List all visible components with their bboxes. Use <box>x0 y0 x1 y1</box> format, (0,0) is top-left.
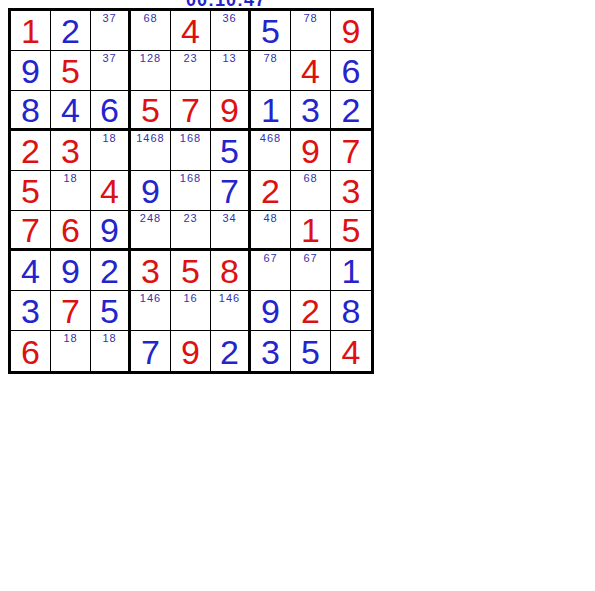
sudoku-cell[interactable]: 67 <box>251 251 291 291</box>
cell-value: 4 <box>181 14 200 48</box>
sudoku-cell[interactable]: 2 <box>211 331 251 371</box>
cell-value: 3 <box>141 254 160 288</box>
cell-candidates: 34 <box>211 213 248 224</box>
sudoku-cell[interactable]: 3 <box>291 91 331 131</box>
sudoku-cell[interactable]: 2 <box>291 291 331 331</box>
cell-candidates: 18 <box>91 133 128 144</box>
sudoku-cell[interactable]: 18 <box>91 331 131 371</box>
sudoku-cell[interactable]: 5 <box>171 251 211 291</box>
sudoku-cell[interactable]: 2 <box>11 131 51 171</box>
sudoku-cell[interactable]: 8 <box>211 251 251 291</box>
cell-value: 7 <box>181 93 200 127</box>
sudoku-cell[interactable]: 37 <box>91 11 131 51</box>
cell-value: 5 <box>220 134 239 168</box>
sudoku-cell[interactable]: 4 <box>91 171 131 211</box>
sudoku-cell[interactable]: 7 <box>211 171 251 211</box>
cell-candidates: 18 <box>51 173 90 184</box>
cell-value: 7 <box>141 335 160 369</box>
cell-value: 2 <box>61 14 80 48</box>
cell-candidates: 1468 <box>131 133 170 144</box>
sudoku-cell[interactable]: 23 <box>171 211 211 251</box>
sudoku-cell[interactable]: 3 <box>51 131 91 171</box>
cell-value: 9 <box>21 54 40 88</box>
cell-value: 7 <box>342 134 361 168</box>
sudoku-cell[interactable]: 1 <box>251 91 291 131</box>
cell-value: 7 <box>220 174 239 208</box>
sudoku-cell[interactable]: 9 <box>251 291 291 331</box>
cell-value: 6 <box>342 54 361 88</box>
cell-value: 4 <box>342 335 361 369</box>
sudoku-cell[interactable]: 4 <box>331 331 371 371</box>
cell-candidates: 68 <box>291 173 330 184</box>
sudoku-cell[interactable]: 4 <box>291 51 331 91</box>
cell-value: 4 <box>21 254 40 288</box>
sudoku-cell[interactable]: 8 <box>331 291 371 331</box>
sudoku-cell[interactable]: 4 <box>51 91 91 131</box>
sudoku-cell[interactable]: 146 <box>131 291 171 331</box>
cell-candidates: 18 <box>91 333 128 344</box>
cell-value: 2 <box>261 174 280 208</box>
sudoku-cell[interactable]: 13 <box>211 51 251 91</box>
sudoku-cell[interactable]: 1468 <box>131 131 171 171</box>
sudoku-cell[interactable]: 9 <box>51 251 91 291</box>
cell-value: 9 <box>181 335 200 369</box>
sudoku-cell[interactable]: 5 <box>211 131 251 171</box>
cell-value: 1 <box>21 14 40 48</box>
cell-value: 3 <box>342 174 361 208</box>
sudoku-cell[interactable]: 2 <box>331 91 371 131</box>
sudoku-cell[interactable]: 78 <box>291 11 331 51</box>
sudoku-cell[interactable]: 9 <box>331 11 371 51</box>
cell-value: 6 <box>100 93 119 127</box>
cell-candidates: 37 <box>91 13 128 24</box>
cell-value: 7 <box>21 213 40 247</box>
sudoku-cell[interactable]: 9 <box>131 171 171 211</box>
cell-candidates: 37 <box>91 53 128 64</box>
sudoku-cell[interactable]: 18 <box>51 171 91 211</box>
cell-candidates: 168 <box>171 173 210 184</box>
sudoku-cell[interactable]: 9 <box>171 331 211 371</box>
sudoku-cell[interactable]: 1 <box>291 211 331 251</box>
cell-value: 7 <box>61 294 80 328</box>
sudoku-cell[interactable]: 6 <box>11 331 51 371</box>
sudoku-cell[interactable]: 168 <box>171 171 211 211</box>
sudoku-cell[interactable]: 7 <box>11 211 51 251</box>
sudoku-cell[interactable]: 8 <box>11 91 51 131</box>
cell-value: 4 <box>301 54 320 88</box>
cell-value: 5 <box>61 54 80 88</box>
cell-value: 8 <box>220 254 239 288</box>
cell-value: 5 <box>261 14 280 48</box>
sudoku-cell[interactable]: 18 <box>91 131 131 171</box>
cell-value: 2 <box>21 134 40 168</box>
cell-candidates: 248 <box>131 213 170 224</box>
sudoku-cell[interactable]: 6 <box>91 91 131 131</box>
sudoku-cell[interactable]: 468 <box>251 131 291 171</box>
cell-value: 3 <box>61 134 80 168</box>
sudoku-cell[interactable]: 7 <box>331 131 371 171</box>
cell-candidates: 146 <box>211 293 248 304</box>
cell-candidates: 68 <box>131 13 170 24</box>
cell-value: 1 <box>342 254 361 288</box>
cell-value: 5 <box>301 335 320 369</box>
cell-value: 5 <box>100 294 119 328</box>
cell-value: 9 <box>61 254 80 288</box>
sudoku-cell[interactable]: 48 <box>251 211 291 251</box>
sudoku-cell[interactable]: 67 <box>291 251 331 291</box>
sudoku-cell[interactable]: 2 <box>51 11 91 51</box>
cell-value: 9 <box>301 134 320 168</box>
cell-candidates: 48 <box>251 213 290 224</box>
cell-value: 5 <box>141 93 160 127</box>
cell-candidates: 128 <box>131 53 170 64</box>
sudoku-cell[interactable]: 9 <box>11 51 51 91</box>
sudoku-cell[interactable]: 9 <box>291 131 331 171</box>
cell-value: 4 <box>100 174 119 208</box>
cell-candidates: 78 <box>291 13 330 24</box>
sudoku-cell[interactable]: 34 <box>211 211 251 251</box>
cell-value: 1 <box>261 93 280 127</box>
cell-candidates: 23 <box>171 213 210 224</box>
cell-value: 9 <box>100 213 119 247</box>
cell-value: 9 <box>342 14 361 48</box>
sudoku-page: 00:10:47 1237684365789953712823137846846… <box>0 0 595 591</box>
cell-value: 9 <box>220 93 239 127</box>
sudoku-cell[interactable]: 68 <box>131 11 171 51</box>
cell-value: 8 <box>342 294 361 328</box>
sudoku-cell[interactable]: 4 <box>171 11 211 51</box>
sudoku-cell[interactable]: 5 <box>11 171 51 211</box>
sudoku-cell[interactable]: 168 <box>171 131 211 171</box>
sudoku-cell[interactable]: 37 <box>91 51 131 91</box>
cell-candidates: 23 <box>171 53 210 64</box>
sudoku-cell[interactable]: 1 <box>331 251 371 291</box>
sudoku-cell[interactable]: 5 <box>291 331 331 371</box>
cell-candidates: 67 <box>291 253 330 264</box>
cell-value: 2 <box>220 335 239 369</box>
sudoku-cell[interactable]: 7 <box>131 331 171 371</box>
sudoku-cell[interactable]: 78 <box>251 51 291 91</box>
cell-value: 2 <box>342 93 361 127</box>
cell-value: 2 <box>100 254 119 288</box>
sudoku-cell[interactable]: 6 <box>51 211 91 251</box>
cell-value: 6 <box>21 335 40 369</box>
sudoku-grid: 1237684365789953712823137846846579132231… <box>8 8 374 374</box>
sudoku-cell[interactable]: 7 <box>171 91 211 131</box>
sudoku-cell[interactable]: 3 <box>131 251 171 291</box>
sudoku-cell[interactable]: 5 <box>51 51 91 91</box>
sudoku-cell[interactable]: 5 <box>331 211 371 251</box>
sudoku-cell[interactable]: 23 <box>171 51 211 91</box>
sudoku-cell[interactable]: 3 <box>331 171 371 211</box>
sudoku-cell[interactable]: 9 <box>91 211 131 251</box>
cell-candidates: 468 <box>251 133 290 144</box>
cell-value: 9 <box>261 294 280 328</box>
sudoku-cell[interactable]: 248 <box>131 211 171 251</box>
cell-value: 3 <box>301 93 320 127</box>
cell-value: 3 <box>21 294 40 328</box>
sudoku-cell[interactable]: 1 <box>11 11 51 51</box>
cell-value: 3 <box>261 335 280 369</box>
cell-candidates: 78 <box>251 53 290 64</box>
sudoku-cell[interactable]: 128 <box>131 51 171 91</box>
sudoku-cell[interactable]: 7 <box>51 291 91 331</box>
cell-candidates: 67 <box>251 253 290 264</box>
sudoku-cell[interactable]: 2 <box>91 251 131 291</box>
sudoku-cell[interactable]: 3 <box>11 291 51 331</box>
sudoku-cell[interactable]: 146 <box>211 291 251 331</box>
sudoku-cell[interactable]: 9 <box>211 91 251 131</box>
sudoku-cell[interactable]: 36 <box>211 11 251 51</box>
sudoku-cell[interactable]: 2 <box>251 171 291 211</box>
cell-value: 5 <box>21 174 40 208</box>
cell-value: 4 <box>61 93 80 127</box>
sudoku-cell[interactable]: 16 <box>171 291 211 331</box>
sudoku-cell[interactable]: 68 <box>291 171 331 211</box>
cell-candidates: 13 <box>211 53 248 64</box>
sudoku-cell[interactable]: 5 <box>251 11 291 51</box>
cell-value: 1 <box>301 213 320 247</box>
sudoku-cell[interactable]: 4 <box>11 251 51 291</box>
sudoku-cell[interactable]: 5 <box>131 91 171 131</box>
sudoku-cell[interactable]: 18 <box>51 331 91 371</box>
cell-candidates: 36 <box>211 13 248 24</box>
sudoku-cell[interactable]: 3 <box>251 331 291 371</box>
sudoku-cell[interactable]: 5 <box>91 291 131 331</box>
cell-value: 6 <box>61 213 80 247</box>
cell-candidates: 168 <box>171 133 210 144</box>
cell-value: 9 <box>141 174 160 208</box>
cell-candidates: 146 <box>131 293 170 304</box>
cell-value: 8 <box>21 93 40 127</box>
cell-value: 5 <box>181 254 200 288</box>
cell-value: 5 <box>342 213 361 247</box>
sudoku-cell[interactable]: 6 <box>331 51 371 91</box>
cell-candidates: 16 <box>171 293 210 304</box>
cell-candidates: 18 <box>51 333 90 344</box>
cell-value: 2 <box>301 294 320 328</box>
